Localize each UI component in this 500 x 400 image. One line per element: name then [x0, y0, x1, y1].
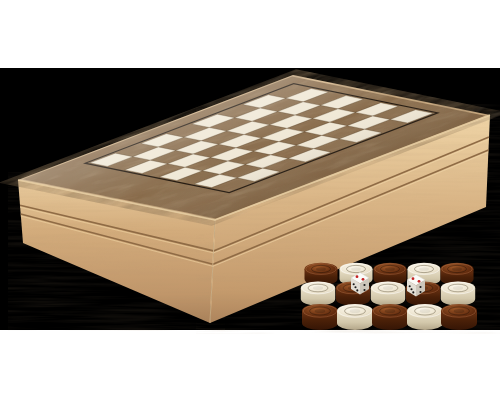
checkers-tray: [301, 263, 477, 330]
checker-piece-brown: [372, 304, 408, 330]
checker-piece-ivory: [371, 281, 405, 305]
product-photo-scene: [0, 0, 500, 400]
backgammon-case-photo: [0, 0, 500, 400]
checker-piece-ivory: [441, 281, 475, 305]
checker-piece-brown: [441, 304, 477, 330]
checker-piece-ivory: [301, 281, 335, 305]
checker-piece-ivory: [337, 304, 373, 330]
checker-piece-brown: [302, 304, 338, 330]
checker-piece-ivory: [407, 304, 443, 330]
